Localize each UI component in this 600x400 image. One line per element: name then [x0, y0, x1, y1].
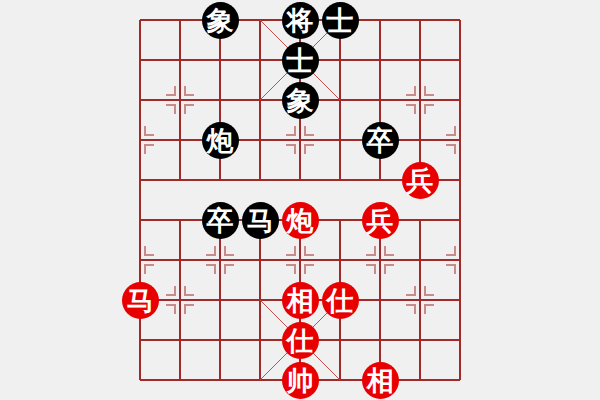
piece-red-advisor-1[interactable]: 仕 — [322, 282, 359, 319]
piece-black-horse[interactable]: 马 — [242, 202, 279, 239]
piece-red-advisor-2[interactable]: 仕 — [282, 322, 319, 359]
piece-red-soldier-2[interactable]: 兵 — [362, 202, 399, 239]
piece-black-advisor-2[interactable]: 士 — [282, 42, 319, 79]
piece-black-elephant-2[interactable]: 象 — [282, 82, 319, 119]
piece-black-advisor-1[interactable]: 士 — [322, 2, 359, 39]
piece-red-elephant-1[interactable]: 相 — [282, 282, 319, 319]
piece-black-soldier-2[interactable]: 卒 — [202, 202, 239, 239]
piece-black-soldier-1[interactable]: 卒 — [362, 122, 399, 159]
piece-black-general[interactable]: 将 — [282, 2, 319, 39]
piece-red-soldier-1[interactable]: 兵 — [402, 162, 439, 199]
xiangqi-board-area: 象将士士象炮卒卒马兵炮兵马相仕仕帅相 — [0, 0, 600, 400]
piece-red-horse[interactable]: 马 — [122, 282, 159, 319]
piece-black-elephant-1[interactable]: 象 — [202, 2, 239, 39]
piece-red-cannon[interactable]: 炮 — [282, 202, 319, 239]
piece-red-elephant-2[interactable]: 相 — [362, 362, 399, 399]
piece-black-cannon[interactable]: 炮 — [202, 122, 239, 159]
pieces-layer: 象将士士象炮卒卒马兵炮兵马相仕仕帅相 — [0, 0, 600, 400]
piece-red-general[interactable]: 帅 — [282, 362, 319, 399]
